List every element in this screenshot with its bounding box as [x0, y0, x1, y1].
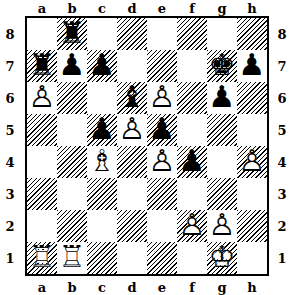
- filebottom-c-bottom: c: [87, 279, 117, 295]
- black-pawn-piece[interactable]: ♟: [87, 50, 117, 82]
- rankleft-6-left: 6: [2, 82, 18, 114]
- file-labels-top: abcdefgh: [27, 0, 267, 16]
- white-pawn-piece[interactable]: ♟♙: [237, 146, 267, 178]
- square-e6[interactable]: ♟♙: [147, 82, 177, 114]
- rankleft-7-left: 7: [2, 50, 18, 82]
- rankright-8-right: 8: [274, 18, 290, 50]
- filetop-d-top: d: [117, 0, 147, 16]
- white-pawn-outline: ♙: [119, 114, 146, 144]
- square-d8[interactable]: [117, 18, 147, 50]
- square-f7[interactable]: [177, 50, 207, 82]
- square-c1[interactable]: [87, 242, 117, 274]
- black-pawn-piece[interactable]: ♟: [237, 50, 267, 82]
- square-d7[interactable]: [117, 50, 147, 82]
- white-pawn-piece[interactable]: ♟♙: [207, 210, 237, 242]
- black-bishop-piece[interactable]: ♝: [117, 82, 147, 114]
- square-b8[interactable]: ♜: [57, 18, 87, 50]
- file-labels-bottom: abcdefgh: [27, 279, 267, 295]
- square-d6[interactable]: ♝: [117, 82, 147, 114]
- white-pawn-piece[interactable]: ♟♙: [117, 114, 147, 146]
- white-bishop-piece[interactable]: ♝♗: [87, 146, 117, 178]
- square-g7[interactable]: ♚: [207, 50, 237, 82]
- square-d5[interactable]: ♟♙: [117, 114, 147, 146]
- square-b7[interactable]: ♟: [57, 50, 87, 82]
- square-h4[interactable]: ♟♙: [237, 146, 267, 178]
- square-g1[interactable]: ♚♔: [207, 242, 237, 274]
- white-pawn-piece[interactable]: ♟♙: [147, 82, 177, 114]
- white-pawn-outline: ♙: [239, 146, 266, 176]
- black-rook-glyph: ♜: [29, 50, 56, 80]
- square-a4[interactable]: [27, 146, 57, 178]
- square-h5[interactable]: [237, 114, 267, 146]
- square-g5[interactable]: [207, 114, 237, 146]
- filetop-a-top: a: [27, 0, 57, 16]
- white-pawn-outline: ♙: [179, 210, 206, 240]
- rankleft-3-left: 3: [2, 178, 18, 210]
- square-b1[interactable]: ♜♖: [57, 242, 87, 274]
- white-pawn-piece[interactable]: ♟♙: [27, 82, 57, 114]
- square-c8[interactable]: [87, 18, 117, 50]
- rankright-1-right: 1: [274, 242, 290, 274]
- square-e4[interactable]: ♟♙: [147, 146, 177, 178]
- white-pawn-outline: ♙: [149, 82, 176, 112]
- filetop-h-top: h: [237, 0, 267, 16]
- black-pawn-piece[interactable]: ♟: [177, 146, 207, 178]
- black-pawn-piece[interactable]: ♟: [207, 82, 237, 114]
- square-c6[interactable]: [87, 82, 117, 114]
- square-a3[interactable]: [27, 178, 57, 210]
- white-rook-piece[interactable]: ♜♖: [27, 242, 57, 274]
- white-bishop-outline: ♗: [89, 146, 116, 176]
- white-pawn-outline: ♙: [29, 82, 56, 112]
- square-g2[interactable]: ♟♙: [207, 210, 237, 242]
- rankleft-5-left: 5: [2, 114, 18, 146]
- rank-labels-right: 87654321: [274, 18, 290, 274]
- square-g3[interactable]: [207, 178, 237, 210]
- black-rook-piece[interactable]: ♜: [57, 18, 87, 50]
- rankright-7-right: 7: [274, 50, 290, 82]
- white-rook-outline: ♖: [29, 242, 56, 272]
- black-pawn-piece[interactable]: ♟: [87, 114, 117, 146]
- rankright-5-right: 5: [274, 114, 290, 146]
- white-king-piece[interactable]: ♚♔: [207, 242, 237, 274]
- square-d2[interactable]: [117, 210, 147, 242]
- filetop-f-top: f: [177, 0, 207, 16]
- black-king-glyph: ♚: [209, 50, 236, 80]
- rankleft-1-left: 1: [2, 242, 18, 274]
- square-f1[interactable]: [177, 242, 207, 274]
- rankleft-4-left: 4: [2, 146, 18, 178]
- rankleft-2-left: 2: [2, 210, 18, 242]
- square-h7[interactable]: ♟: [237, 50, 267, 82]
- square-a1[interactable]: ♜♖: [27, 242, 57, 274]
- square-c5[interactable]: ♟: [87, 114, 117, 146]
- square-a8[interactable]: [27, 18, 57, 50]
- filetop-b-top: b: [57, 0, 87, 16]
- square-a2[interactable]: [27, 210, 57, 242]
- square-c4[interactable]: ♝♗: [87, 146, 117, 178]
- square-f3[interactable]: [177, 178, 207, 210]
- square-c7[interactable]: ♟: [87, 50, 117, 82]
- square-g6[interactable]: ♟: [207, 82, 237, 114]
- black-pawn-glyph: ♟: [179, 146, 206, 176]
- square-d1[interactable]: [117, 242, 147, 274]
- filebottom-g-bottom: g: [207, 279, 237, 295]
- white-pawn-outline: ♙: [149, 146, 176, 176]
- square-a6[interactable]: ♟♙: [27, 82, 57, 114]
- white-pawn-piece[interactable]: ♟♙: [147, 146, 177, 178]
- black-rook-glyph: ♜: [59, 18, 86, 48]
- square-h3[interactable]: [237, 178, 267, 210]
- square-f5[interactable]: [177, 114, 207, 146]
- white-rook-piece[interactable]: ♜♖: [57, 242, 87, 274]
- black-pawn-glyph: ♟: [89, 50, 116, 80]
- filebottom-e-bottom: e: [147, 279, 177, 295]
- square-b2[interactable]: [57, 210, 87, 242]
- square-h6[interactable]: [237, 82, 267, 114]
- square-f8[interactable]: [177, 18, 207, 50]
- square-e1[interactable]: [147, 242, 177, 274]
- black-king-piece[interactable]: ♚: [207, 50, 237, 82]
- white-pawn-outline: ♙: [209, 210, 236, 240]
- square-a7[interactable]: ♜: [27, 50, 57, 82]
- black-pawn-glyph: ♟: [149, 114, 176, 144]
- rankright-6-right: 6: [274, 82, 290, 114]
- chess-diagram: abcdefgh abcdefgh 87654321 87654321 ♜♜♟♟…: [0, 0, 293, 295]
- filebottom-d-bottom: d: [117, 279, 147, 295]
- black-pawn-glyph: ♟: [209, 82, 236, 112]
- square-b3[interactable]: [57, 178, 87, 210]
- chess-board: ♜♜♟♟♚♟♟♙♝♟♙♟♟♟♙♟♝♗♟♙♟♟♙♟♙♟♙♜♖♜♖♚♔: [25, 16, 269, 276]
- white-rook-outline: ♖: [59, 242, 86, 272]
- filetop-c-top: c: [87, 0, 117, 16]
- black-pawn-glyph: ♟: [239, 50, 266, 80]
- square-f4[interactable]: ♟: [177, 146, 207, 178]
- square-h2[interactable]: [237, 210, 267, 242]
- rankleft-8-left: 8: [2, 18, 18, 50]
- filetop-e-top: e: [147, 0, 177, 16]
- filebottom-a-bottom: a: [27, 279, 57, 295]
- square-d3[interactable]: [117, 178, 147, 210]
- square-h1[interactable]: [237, 242, 267, 274]
- square-g8[interactable]: [207, 18, 237, 50]
- black-pawn-glyph: ♟: [89, 114, 116, 144]
- rank-labels-left: 87654321: [2, 18, 18, 274]
- black-pawn-piece[interactable]: ♟: [147, 114, 177, 146]
- square-e8[interactable]: [147, 18, 177, 50]
- square-e7[interactable]: [147, 50, 177, 82]
- square-f2[interactable]: ♟♙: [177, 210, 207, 242]
- filebottom-b-bottom: b: [57, 279, 87, 295]
- square-a5[interactable]: [27, 114, 57, 146]
- white-pawn-piece[interactable]: ♟♙: [177, 210, 207, 242]
- square-b5[interactable]: [57, 114, 87, 146]
- square-e5[interactable]: ♟: [147, 114, 177, 146]
- filetop-g-top: g: [207, 0, 237, 16]
- square-b6[interactable]: [57, 82, 87, 114]
- square-b4[interactable]: [57, 146, 87, 178]
- black-pawn-glyph: ♟: [59, 50, 86, 80]
- filebottom-f-bottom: f: [177, 279, 207, 295]
- square-g4[interactable]: [207, 146, 237, 178]
- square-d4[interactable]: [117, 146, 147, 178]
- black-rook-piece[interactable]: ♜: [27, 50, 57, 82]
- square-e3[interactable]: [147, 178, 177, 210]
- black-pawn-piece[interactable]: ♟: [57, 50, 87, 82]
- square-f6[interactable]: [177, 82, 207, 114]
- rankright-4-right: 4: [274, 146, 290, 178]
- square-c3[interactable]: [87, 178, 117, 210]
- white-king-outline: ♔: [209, 242, 236, 272]
- square-c2[interactable]: [87, 210, 117, 242]
- square-e2[interactable]: [147, 210, 177, 242]
- filebottom-h-bottom: h: [237, 279, 267, 295]
- rankright-3-right: 3: [274, 178, 290, 210]
- black-bishop-glyph: ♝: [119, 82, 146, 112]
- square-h8[interactable]: [237, 18, 267, 50]
- rankright-2-right: 2: [274, 210, 290, 242]
